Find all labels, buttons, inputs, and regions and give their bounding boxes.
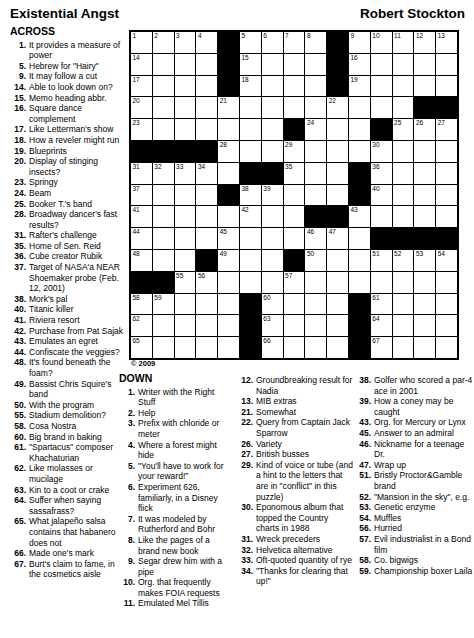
- grid-cell[interactable]: [414, 337, 435, 358]
- grid-cell[interactable]: 37: [131, 185, 152, 206]
- clue-text: Where a forest might hide: [138, 440, 233, 461]
- clue-text: It's found beneath the foam?: [29, 357, 128, 378]
- grid-cell[interactable]: 64: [371, 315, 392, 336]
- down-clue: 43.Org. for Mercury or Lynx: [355, 417, 473, 428]
- grid-cell[interactable]: [414, 54, 435, 75]
- grid-cell[interactable]: [436, 272, 457, 293]
- grid-cell[interactable]: [196, 185, 217, 206]
- grid-cell[interactable]: [327, 250, 348, 271]
- clue-number: 64.: [10, 495, 26, 516]
- across-clue: 24.Beam: [10, 188, 128, 199]
- grid-cell[interactable]: 40: [371, 185, 392, 206]
- across-clue: 16.Square dance complement: [10, 103, 128, 124]
- grid-cell[interactable]: 35: [284, 163, 305, 184]
- grid-cell[interactable]: [175, 337, 196, 358]
- across-clue: 37.Target of NASA'a NEAR Shoemaker probe…: [10, 262, 128, 294]
- black-cell: [196, 141, 217, 162]
- grid-cell[interactable]: [175, 97, 196, 118]
- grid-cell[interactable]: [218, 119, 239, 140]
- grid-cell[interactable]: [153, 185, 174, 206]
- grid-cell[interactable]: 54: [436, 250, 457, 271]
- grid-cell[interactable]: [175, 250, 196, 271]
- down-clue: 39.How a coney may be caught: [355, 396, 473, 417]
- grid-cell[interactable]: 16: [349, 54, 370, 75]
- grid-cell[interactable]: 41: [131, 206, 152, 227]
- cell-number: 43: [350, 206, 357, 214]
- clue-text: Rafter's challenge: [29, 230, 128, 241]
- across-clue: 63.Kin to a coot or crake: [10, 485, 128, 496]
- cell-number: 25: [394, 119, 401, 127]
- grid-cell[interactable]: [240, 272, 261, 293]
- grid-cell[interactable]: [371, 272, 392, 293]
- grid-cell[interactable]: 66: [262, 337, 283, 358]
- grid-cell[interactable]: [393, 294, 414, 315]
- clue-text: "Thanks for clearing that up!": [256, 566, 353, 587]
- clue-text: British busses: [256, 449, 353, 460]
- grid-cell[interactable]: [284, 185, 305, 206]
- clue-text: Able to look down on?: [29, 82, 128, 93]
- grid-cell[interactable]: 19: [349, 76, 370, 97]
- grid-cell[interactable]: 4: [196, 32, 217, 53]
- clue-text: Made one's mark: [29, 548, 128, 559]
- grid-cell[interactable]: [153, 228, 174, 249]
- grid-cell[interactable]: [414, 76, 435, 97]
- clue-text: Broadway dancer's fast results?: [29, 209, 128, 230]
- clue-number: 46.: [355, 439, 371, 460]
- grid-cell[interactable]: [371, 97, 392, 118]
- cell-number: 60: [263, 294, 270, 302]
- clue-text: Org. for Mercury or Lynx: [374, 417, 473, 428]
- grid-cell[interactable]: [284, 228, 305, 249]
- across-clue: 15.Memo heading abbr.: [10, 93, 128, 104]
- grid-cell[interactable]: 1: [131, 32, 152, 53]
- grid-cell[interactable]: [436, 163, 457, 184]
- black-cell: [284, 119, 305, 140]
- clue-number: 17.: [10, 124, 26, 135]
- grid-cell[interactable]: 21: [218, 97, 239, 118]
- cell-number: 7: [285, 32, 289, 40]
- cell-number: 16: [350, 54, 357, 62]
- clue-number: 60.: [10, 432, 26, 443]
- grid-cell[interactable]: [262, 54, 283, 75]
- down-clue: 47.Wrap up: [355, 460, 473, 471]
- grid-cell[interactable]: [349, 228, 370, 249]
- grid-cell[interactable]: [414, 141, 435, 162]
- clue-text: Help: [138, 408, 233, 419]
- grid-cell[interactable]: [284, 294, 305, 315]
- grid-cell[interactable]: [414, 272, 435, 293]
- grid-cell[interactable]: [218, 294, 239, 315]
- grid-cell[interactable]: [305, 76, 326, 97]
- grid-cell[interactable]: 56: [196, 272, 217, 293]
- grid-cell[interactable]: 24: [305, 119, 326, 140]
- cell-number: 41: [133, 206, 140, 214]
- grid-cell[interactable]: [153, 76, 174, 97]
- clue-number: 24.: [10, 188, 26, 199]
- grid-cell[interactable]: 2: [153, 32, 174, 53]
- grid-cell[interactable]: [414, 315, 435, 336]
- black-cell: [240, 315, 261, 336]
- grid-cell[interactable]: 14: [131, 54, 152, 75]
- clue-number: 63.: [10, 485, 26, 496]
- grid-cell[interactable]: 38: [240, 185, 261, 206]
- clue-number: 6.: [119, 482, 135, 514]
- grid-cell[interactable]: 62: [131, 315, 152, 336]
- grid-cell[interactable]: 23: [131, 119, 152, 140]
- grid-cell[interactable]: 33: [175, 163, 196, 184]
- clue-text: Helvetica alternative: [256, 545, 353, 556]
- grid-cell[interactable]: 34: [196, 163, 217, 184]
- down-clue: 27.British busses: [237, 449, 353, 460]
- grid-cell[interactable]: [262, 228, 283, 249]
- grid-cell[interactable]: [175, 185, 196, 206]
- grid-cell[interactable]: [262, 97, 283, 118]
- grid-cell[interactable]: 44: [131, 228, 152, 249]
- grid-cell[interactable]: [240, 119, 261, 140]
- grid-cell[interactable]: [327, 185, 348, 206]
- clue-text: Purchase from Pat Sajak: [29, 326, 128, 337]
- grid-cell[interactable]: [371, 54, 392, 75]
- black-cell: [349, 163, 370, 184]
- black-cell: [327, 76, 348, 97]
- grid-cell[interactable]: 58: [131, 294, 152, 315]
- grid-cell[interactable]: [262, 76, 283, 97]
- grid-cell[interactable]: [327, 315, 348, 336]
- black-cell: [349, 294, 370, 315]
- clue-text: Memo heading abbr.: [29, 93, 128, 104]
- grid-cell[interactable]: [393, 206, 414, 227]
- grid-cell[interactable]: [414, 185, 435, 206]
- cell-number: 58: [133, 294, 140, 302]
- grid-cell[interactable]: [436, 315, 457, 336]
- black-cell: [218, 32, 239, 53]
- grid-cell[interactable]: 61: [371, 294, 392, 315]
- grid-cell[interactable]: 17: [131, 76, 152, 97]
- clue-text: "Mansion in the sky", e.g.: [374, 492, 473, 503]
- down-header: DOWN: [119, 373, 233, 384]
- grid-cell[interactable]: 36: [371, 163, 392, 184]
- grid-cell[interactable]: [349, 141, 370, 162]
- clue-text: Booker T.'s band: [29, 199, 128, 210]
- grid-cell[interactable]: [218, 163, 239, 184]
- grid-cell[interactable]: 39: [262, 185, 283, 206]
- grid-cell[interactable]: [414, 163, 435, 184]
- grid-cell[interactable]: 55: [175, 272, 196, 293]
- grid-cell[interactable]: [305, 141, 326, 162]
- grid-cell[interactable]: 32: [153, 163, 174, 184]
- grid-cell[interactable]: [305, 272, 326, 293]
- grid-cell[interactable]: [436, 206, 457, 227]
- grid-cell[interactable]: 12: [414, 32, 435, 53]
- clue-number: 4.: [119, 440, 135, 461]
- grid-cell[interactable]: 63: [262, 315, 283, 336]
- grid-cell[interactable]: 50: [305, 250, 326, 271]
- grid-cell[interactable]: [371, 76, 392, 97]
- grid-cell[interactable]: [153, 337, 174, 358]
- grid-cell[interactable]: [327, 141, 348, 162]
- grid-cell[interactable]: 9: [349, 32, 370, 53]
- across-clue: 18.How a reveler might run: [10, 135, 128, 146]
- grid-cell[interactable]: 20: [131, 97, 152, 118]
- cell-number: 44: [133, 228, 140, 236]
- clue-text: What jalapeño salsa contains that habane…: [29, 516, 128, 548]
- grid-cell[interactable]: [262, 141, 283, 162]
- grid-cell[interactable]: 6: [262, 32, 283, 53]
- grid-cell[interactable]: 59: [153, 294, 174, 315]
- cell-number: 33: [176, 163, 183, 171]
- grid-cell[interactable]: 47: [327, 228, 348, 249]
- black-cell: [414, 97, 435, 118]
- grid-cell[interactable]: [284, 54, 305, 75]
- clue-number: 31.: [237, 534, 253, 545]
- grid-cell[interactable]: 26: [414, 119, 435, 140]
- grid-cell[interactable]: [327, 272, 348, 293]
- down-clue: 9.Segar drew him with a pipe: [119, 556, 233, 577]
- grid-cell[interactable]: [284, 97, 305, 118]
- grid-cell[interactable]: [196, 315, 217, 336]
- across-clue: 14.Able to look down on?: [10, 82, 128, 93]
- grid-cell[interactable]: [218, 315, 239, 336]
- grid-cell[interactable]: [240, 228, 261, 249]
- grid-cell[interactable]: 3: [175, 32, 196, 53]
- grid-cell[interactable]: [327, 119, 348, 140]
- grid-cell[interactable]: 28: [218, 141, 239, 162]
- grid-cell[interactable]: 31: [131, 163, 152, 184]
- grid-cell[interactable]: 13: [436, 32, 457, 53]
- grid-cell[interactable]: 52: [393, 250, 414, 271]
- cell-number: 64: [372, 315, 379, 323]
- clue-number: 28.: [10, 209, 26, 230]
- clue-text: Display of stinging insects?: [29, 156, 128, 177]
- grid-cell[interactable]: [436, 54, 457, 75]
- grid-cell[interactable]: 7: [284, 32, 305, 53]
- grid-cell[interactable]: [240, 141, 261, 162]
- grid-cell[interactable]: [175, 119, 196, 140]
- grid-cell[interactable]: [393, 163, 414, 184]
- grid-cell[interactable]: [393, 315, 414, 336]
- across-clue: 40.Titanic killer: [10, 304, 128, 315]
- grid-cell[interactable]: [349, 272, 370, 293]
- clue-number: 23.: [10, 177, 26, 188]
- down-clue: 8.Like the pages of a brand new book: [119, 535, 233, 556]
- grid-cell[interactable]: [262, 250, 283, 271]
- grid-cell[interactable]: 8: [305, 32, 326, 53]
- grid-cell[interactable]: [196, 337, 217, 358]
- grid-cell[interactable]: [240, 250, 261, 271]
- grid-cell[interactable]: [436, 76, 457, 97]
- grid-cell[interactable]: [305, 185, 326, 206]
- across-clue: 9.It may follow a cut: [10, 71, 128, 82]
- black-cell: [349, 185, 370, 206]
- clue-number: 21.: [237, 407, 253, 418]
- across-clue: 5.Hebrew for "Hairy": [10, 61, 128, 72]
- grid-cell[interactable]: 60: [262, 294, 283, 315]
- grid-cell[interactable]: [414, 206, 435, 227]
- grid-cell[interactable]: 25: [393, 119, 414, 140]
- grid-cell[interactable]: [284, 337, 305, 358]
- across-clue: 25.Booker T.'s band: [10, 199, 128, 210]
- grid-cell[interactable]: [305, 54, 326, 75]
- grid-cell[interactable]: 49: [218, 250, 239, 271]
- grid-cell[interactable]: 46: [305, 228, 326, 249]
- clue-text: Golfer who scored a par-4 ace in 2001: [374, 375, 473, 396]
- grid-cell[interactable]: [196, 206, 217, 227]
- down-clue: 54.Muffles: [355, 513, 473, 524]
- black-cell: [131, 141, 152, 162]
- grid-cell[interactable]: [284, 206, 305, 227]
- grid-cell[interactable]: [218, 206, 239, 227]
- grid-cell[interactable]: [153, 119, 174, 140]
- cell-number: 20: [133, 97, 140, 105]
- grid-cell[interactable]: [153, 97, 174, 118]
- grid-cell[interactable]: [436, 337, 457, 358]
- clue-number: 31.: [10, 230, 26, 241]
- grid-cell[interactable]: [218, 337, 239, 358]
- grid-cell[interactable]: [153, 250, 174, 271]
- black-cell: [305, 206, 326, 227]
- grid-cell[interactable]: [393, 185, 414, 206]
- clue-text: Prefix with chloride or meter: [138, 418, 233, 439]
- cell-number: 10: [372, 32, 379, 40]
- cell-number: 38: [241, 185, 248, 193]
- grid-cell[interactable]: 30: [371, 141, 392, 162]
- grid-cell[interactable]: 15: [240, 54, 261, 75]
- clue-text: Big brand in baking: [29, 432, 128, 443]
- down-clues-column-1: DOWN 1.Writer with the Right Stuff2.Help…: [119, 373, 233, 609]
- grid-cell[interactable]: [327, 337, 348, 358]
- grid-cell[interactable]: [327, 163, 348, 184]
- grid-cell[interactable]: [349, 97, 370, 118]
- grid-cell[interactable]: 51: [371, 250, 392, 271]
- grid-cell[interactable]: [262, 119, 283, 140]
- grid-cell[interactable]: 57: [284, 272, 305, 293]
- grid-cell[interactable]: 22: [327, 97, 348, 118]
- grid-cell[interactable]: [196, 54, 217, 75]
- grid-cell[interactable]: [371, 206, 392, 227]
- grid-cell[interactable]: [327, 294, 348, 315]
- grid-cell[interactable]: 45: [218, 228, 239, 249]
- grid-cell[interactable]: [393, 76, 414, 97]
- grid-cell[interactable]: [349, 119, 370, 140]
- grid-cell[interactable]: 5: [240, 32, 261, 53]
- grid-cell[interactable]: [153, 206, 174, 227]
- grid-cell[interactable]: 65: [131, 337, 152, 358]
- grid-cell[interactable]: [305, 294, 326, 315]
- grid-cell[interactable]: [305, 97, 326, 118]
- grid-cell[interactable]: [175, 315, 196, 336]
- grid-cell[interactable]: [393, 54, 414, 75]
- clue-number: 11.: [119, 598, 135, 609]
- grid-cell[interactable]: [393, 337, 414, 358]
- clue-number: 51.: [355, 470, 371, 491]
- grid-cell[interactable]: [175, 76, 196, 97]
- grid-cell[interactable]: [262, 272, 283, 293]
- clue-number: 2.: [119, 408, 135, 419]
- grid-cell[interactable]: [196, 228, 217, 249]
- grid-cell[interactable]: [196, 294, 217, 315]
- down-clue-list-1: 1.Writer with the Right Stuff2.Help3.Pre…: [119, 387, 233, 609]
- clue-text: How a reveler might run: [29, 135, 128, 146]
- grid-cell[interactable]: [284, 315, 305, 336]
- grid-cell[interactable]: 18: [240, 76, 261, 97]
- grid-cell[interactable]: [153, 54, 174, 75]
- grid-cell[interactable]: [436, 185, 457, 206]
- grid-cell[interactable]: [196, 97, 217, 118]
- clue-text: Nickname for a teenage Dr.: [374, 439, 473, 460]
- grid-cell[interactable]: 48: [131, 250, 152, 271]
- grid-cell[interactable]: [262, 206, 283, 227]
- grid-cell[interactable]: 29: [284, 141, 305, 162]
- black-cell: [175, 141, 196, 162]
- grid-cell[interactable]: [414, 294, 435, 315]
- grid-cell[interactable]: [393, 141, 414, 162]
- cell-number: 30: [372, 141, 379, 149]
- cell-number: 59: [154, 294, 161, 302]
- grid-cell[interactable]: [196, 119, 217, 140]
- grid-cell[interactable]: 53: [414, 250, 435, 271]
- grid-cell[interactable]: [153, 315, 174, 336]
- grid-cell[interactable]: 27: [436, 119, 457, 140]
- grid-cell[interactable]: [305, 337, 326, 358]
- cell-number: 19: [350, 76, 357, 84]
- black-cell: [131, 272, 152, 293]
- across-clue: 49.Bassist Chris Squire's band: [10, 379, 128, 400]
- cell-number: 57: [285, 272, 292, 280]
- grid-cell[interactable]: [349, 250, 370, 271]
- grid-cell[interactable]: [305, 163, 326, 184]
- grid-cell[interactable]: [284, 76, 305, 97]
- down-clue: 26.Variety: [237, 439, 353, 450]
- grid-cell[interactable]: 11: [393, 32, 414, 53]
- grid-cell[interactable]: [175, 206, 196, 227]
- copyright-notice: © 2009: [131, 359, 155, 368]
- black-cell: [284, 250, 305, 271]
- down-clue: 2.Help: [119, 408, 233, 419]
- grid-cell[interactable]: [305, 315, 326, 336]
- grid-cell[interactable]: [393, 272, 414, 293]
- grid-cell[interactable]: [218, 272, 239, 293]
- clue-text: Beam: [29, 188, 128, 199]
- grid-cell[interactable]: [240, 97, 261, 118]
- clue-text: "You'll have to work for your reward!": [138, 461, 233, 482]
- grid-cell[interactable]: 42: [240, 206, 261, 227]
- cell-number: 12: [416, 32, 423, 40]
- clue-text: Genetic enzyme: [374, 502, 473, 513]
- across-clue: 55.Stadium demolition?: [10, 410, 128, 421]
- grid-cell[interactable]: [175, 294, 196, 315]
- clue-number: 3.: [119, 418, 135, 439]
- grid-cell[interactable]: [196, 76, 217, 97]
- grid-cell[interactable]: [175, 54, 196, 75]
- cell-number: 40: [372, 185, 379, 193]
- clue-number: 10.: [119, 577, 135, 598]
- grid-cell[interactable]: 10: [371, 32, 392, 53]
- grid-cell[interactable]: [436, 141, 457, 162]
- clue-text: Like the pages of a brand new book: [138, 535, 233, 556]
- clue-text: Like Letterman's show: [29, 124, 128, 135]
- grid-cell[interactable]: [175, 228, 196, 249]
- grid-cell[interactable]: 67: [371, 337, 392, 358]
- black-cell: [327, 32, 348, 53]
- clue-number: 18.: [10, 135, 26, 146]
- across-clue: 38.Mork's pal: [10, 294, 128, 305]
- grid-cell[interactable]: [393, 97, 414, 118]
- black-cell: [240, 337, 261, 358]
- down-clue: 53.Genetic enzyme: [355, 502, 473, 513]
- grid-cell[interactable]: 43: [349, 206, 370, 227]
- down-clue: 12.Groundbreaking result for Nadia: [237, 375, 353, 396]
- grid-cell[interactable]: [436, 294, 457, 315]
